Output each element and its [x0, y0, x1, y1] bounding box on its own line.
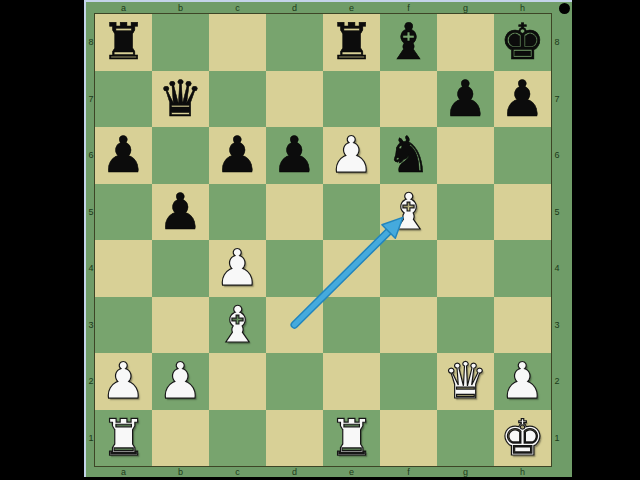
rank-label-right-1: 1: [552, 410, 562, 467]
black-to-move-indicator: [559, 3, 570, 14]
square-g5[interactable]: [437, 184, 494, 241]
square-a7[interactable]: [95, 71, 152, 128]
file-label-top-c: c: [209, 3, 266, 14]
white-rook-a1[interactable]: ♜: [101, 413, 146, 463]
square-e8[interactable]: ♜: [323, 14, 380, 71]
file-label-bottom-c: c: [209, 467, 266, 478]
white-king-h1[interactable]: ♚: [500, 413, 545, 463]
square-d2[interactable]: [266, 353, 323, 410]
file-label-top-d: d: [266, 3, 323, 14]
white-pawn-b2[interactable]: ♟: [158, 356, 203, 406]
rank-label-right-7: 7: [552, 71, 562, 128]
white-queen-g2[interactable]: ♛: [443, 356, 488, 406]
white-pawn-c4[interactable]: ♟: [215, 243, 260, 293]
square-a4[interactable]: [95, 240, 152, 297]
file-label-top-b: b: [152, 3, 209, 14]
black-pawn-g7[interactable]: ♟: [443, 74, 488, 124]
black-rook-e8[interactable]: ♜: [329, 17, 374, 67]
square-d5[interactable]: [266, 184, 323, 241]
square-g7[interactable]: ♟: [437, 71, 494, 128]
square-e5[interactable]: [323, 184, 380, 241]
square-g2[interactable]: ♛: [437, 353, 494, 410]
square-c3[interactable]: ♝: [209, 297, 266, 354]
square-a8[interactable]: ♜: [95, 14, 152, 71]
square-a1[interactable]: ♜: [95, 410, 152, 467]
square-a6[interactable]: ♟: [95, 127, 152, 184]
rank-label-right-4: 4: [552, 240, 562, 297]
square-b5[interactable]: ♟: [152, 184, 209, 241]
chess-board: abcdefgh abcdefgh 87654321 87654321 ♜♜♝♚…: [84, 0, 572, 477]
square-g3[interactable]: [437, 297, 494, 354]
square-h2[interactable]: ♟: [494, 353, 551, 410]
square-f3[interactable]: [380, 297, 437, 354]
chess-board-grid: ♜♜♝♚♛♟♟♟♟♟♟♞♟♝♟♝♟♟♛♟♜♜♚: [95, 14, 551, 466]
white-pawn-h2[interactable]: ♟: [500, 356, 545, 406]
file-label-top-f: f: [380, 3, 437, 14]
square-f8[interactable]: ♝: [380, 14, 437, 71]
black-pawn-h7[interactable]: ♟: [500, 74, 545, 124]
rank-labels-right: 87654321: [552, 14, 562, 466]
black-knight-f6[interactable]: ♞: [386, 130, 431, 180]
white-bishop-f5[interactable]: ♝: [386, 187, 431, 237]
square-b7[interactable]: ♛: [152, 71, 209, 128]
square-d8[interactable]: [266, 14, 323, 71]
square-a5[interactable]: [95, 184, 152, 241]
square-h4[interactable]: [494, 240, 551, 297]
black-queen-b7[interactable]: ♛: [158, 74, 203, 124]
rank-label-right-5: 5: [552, 184, 562, 241]
square-c4[interactable]: ♟: [209, 240, 266, 297]
white-pawn-e6[interactable]: ♟: [329, 130, 374, 180]
square-b1[interactable]: [152, 410, 209, 467]
file-label-bottom-e: e: [323, 467, 380, 478]
file-labels-bottom: abcdefgh: [95, 467, 551, 478]
square-h6[interactable]: [494, 127, 551, 184]
square-e2[interactable]: [323, 353, 380, 410]
square-f6[interactable]: ♞: [380, 127, 437, 184]
square-c5[interactable]: [209, 184, 266, 241]
file-label-bottom-a: a: [95, 467, 152, 478]
square-c2[interactable]: [209, 353, 266, 410]
square-g4[interactable]: [437, 240, 494, 297]
square-g8[interactable]: [437, 14, 494, 71]
square-c6[interactable]: ♟: [209, 127, 266, 184]
black-pawn-b5[interactable]: ♟: [158, 187, 203, 237]
square-d1[interactable]: [266, 410, 323, 467]
square-b8[interactable]: [152, 14, 209, 71]
file-label-bottom-b: b: [152, 467, 209, 478]
square-c8[interactable]: [209, 14, 266, 71]
square-g6[interactable]: [437, 127, 494, 184]
black-king-h8[interactable]: ♚: [500, 17, 545, 67]
rank-label-right-6: 6: [552, 127, 562, 184]
square-c1[interactable]: [209, 410, 266, 467]
square-e6[interactable]: ♟: [323, 127, 380, 184]
rank-label-right-3: 3: [552, 297, 562, 354]
file-label-top-g: g: [437, 3, 494, 14]
square-b6[interactable]: [152, 127, 209, 184]
rank-label-right-8: 8: [552, 14, 562, 71]
file-label-bottom-f: f: [380, 467, 437, 478]
black-rook-a8[interactable]: ♜: [101, 17, 146, 67]
square-d6[interactable]: ♟: [266, 127, 323, 184]
square-e1[interactable]: ♜: [323, 410, 380, 467]
square-f7[interactable]: [380, 71, 437, 128]
black-pawn-c6[interactable]: ♟: [215, 130, 260, 180]
file-label-bottom-d: d: [266, 467, 323, 478]
square-d3[interactable]: [266, 297, 323, 354]
black-pawn-d6[interactable]: ♟: [272, 130, 317, 180]
rank-label-right-2: 2: [552, 353, 562, 410]
black-pawn-a6[interactable]: ♟: [101, 130, 146, 180]
square-a2[interactable]: ♟: [95, 353, 152, 410]
white-rook-e1[interactable]: ♜: [329, 413, 374, 463]
square-d4[interactable]: [266, 240, 323, 297]
square-h3[interactable]: [494, 297, 551, 354]
file-label-top-e: e: [323, 3, 380, 14]
square-f4[interactable]: [380, 240, 437, 297]
square-d7[interactable]: [266, 71, 323, 128]
square-e7[interactable]: [323, 71, 380, 128]
file-label-bottom-g: g: [437, 467, 494, 478]
square-b2[interactable]: ♟: [152, 353, 209, 410]
square-h1[interactable]: ♚: [494, 410, 551, 467]
square-c7[interactable]: [209, 71, 266, 128]
square-h5[interactable]: [494, 184, 551, 241]
white-bishop-c3[interactable]: ♝: [215, 300, 260, 350]
square-b4[interactable]: [152, 240, 209, 297]
square-e4[interactable]: [323, 240, 380, 297]
square-b3[interactable]: [152, 297, 209, 354]
square-e3[interactable]: [323, 297, 380, 354]
square-a3[interactable]: [95, 297, 152, 354]
file-label-top-h: h: [494, 3, 551, 14]
square-h7[interactable]: ♟: [494, 71, 551, 128]
black-bishop-f8[interactable]: ♝: [386, 17, 431, 67]
square-f1[interactable]: [380, 410, 437, 467]
file-labels-top: abcdefgh: [95, 3, 551, 14]
square-f2[interactable]: [380, 353, 437, 410]
square-h8[interactable]: ♚: [494, 14, 551, 71]
square-g1[interactable]: [437, 410, 494, 467]
white-pawn-a2[interactable]: ♟: [101, 356, 146, 406]
file-label-bottom-h: h: [494, 467, 551, 478]
file-label-top-a: a: [95, 3, 152, 14]
square-f5[interactable]: ♝: [380, 184, 437, 241]
